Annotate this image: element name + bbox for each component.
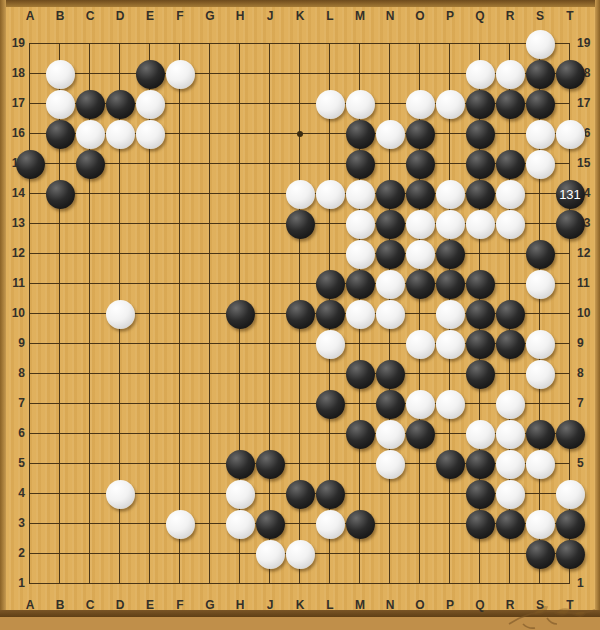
black-stone-P5[interactable] [436, 450, 465, 479]
black-stone-J3[interactable] [256, 510, 285, 539]
coord-label-right-12: 12 [577, 246, 600, 260]
coord-label-bottom-R: R [495, 598, 525, 612]
black-stone-R9[interactable] [496, 330, 525, 359]
black-stone-T18[interactable] [556, 60, 585, 89]
black-stone-K10[interactable] [286, 300, 315, 329]
black-stone-L7[interactable] [316, 390, 345, 419]
board-frame-top [0, 0, 600, 7]
coord-label-right-7: 7 [577, 396, 600, 410]
white-stone-M13[interactable] [346, 210, 375, 239]
black-stone-S18[interactable] [526, 60, 555, 89]
coord-label-right-1: 1 [577, 576, 600, 590]
white-stone-S8[interactable] [526, 360, 555, 389]
white-stone-N5[interactable] [376, 450, 405, 479]
white-stone-J2[interactable] [256, 540, 285, 569]
coord-label-bottom-S: S [525, 598, 555, 612]
white-stone-M10[interactable] [346, 300, 375, 329]
coord-label-bottom-O: O [405, 598, 435, 612]
coord-label-left-8: 8 [1, 366, 25, 380]
white-stone-N10[interactable] [376, 300, 405, 329]
coord-label-bottom-T: T [555, 598, 585, 612]
black-stone-Q15[interactable] [466, 150, 495, 179]
coord-label-left-5: 5 [1, 456, 25, 470]
coord-label-right-15: 15 [577, 156, 600, 170]
white-stone-S15[interactable] [526, 150, 555, 179]
coord-label-top-Q: Q [465, 9, 495, 23]
black-stone-L4[interactable] [316, 480, 345, 509]
white-stone-T4[interactable] [556, 480, 585, 509]
white-stone-N6[interactable] [376, 420, 405, 449]
coord-label-left-2: 2 [1, 546, 25, 560]
white-stone-S16[interactable] [526, 120, 555, 149]
white-stone-S9[interactable] [526, 330, 555, 359]
coord-label-top-A: A [15, 9, 45, 23]
coord-label-bottom-J: J [255, 598, 285, 612]
coord-label-top-G: G [195, 9, 225, 23]
coord-label-left-11: 11 [1, 276, 25, 290]
coord-label-left-3: 3 [1, 516, 25, 530]
white-stone-D4[interactable] [106, 480, 135, 509]
black-stone-Q14[interactable] [466, 180, 495, 209]
white-stone-L14[interactable] [316, 180, 345, 209]
black-stone-O14[interactable] [406, 180, 435, 209]
black-stone-R17[interactable] [496, 90, 525, 119]
white-stone-P7[interactable] [436, 390, 465, 419]
coord-label-right-19: 19 [577, 36, 600, 50]
black-stone-P12[interactable] [436, 240, 465, 269]
coord-label-top-R: R [495, 9, 525, 23]
white-stone-S19[interactable] [526, 30, 555, 59]
white-stone-B18[interactable] [46, 60, 75, 89]
black-stone-E18[interactable] [136, 60, 165, 89]
white-stone-R6[interactable] [496, 420, 525, 449]
coord-label-top-D: D [105, 9, 135, 23]
coord-label-top-T: T [555, 9, 585, 23]
star-point-K16 [297, 131, 303, 137]
white-stone-P17[interactable] [436, 90, 465, 119]
black-stone-L11[interactable] [316, 270, 345, 299]
coord-label-bottom-P: P [435, 598, 465, 612]
coord-label-bottom-K: K [285, 598, 315, 612]
coord-label-left-13: 13 [1, 216, 25, 230]
black-stone-M6[interactable] [346, 420, 375, 449]
black-stone-H5[interactable] [226, 450, 255, 479]
coord-label-bottom-D: D [105, 598, 135, 612]
white-stone-H3[interactable] [226, 510, 255, 539]
coord-label-top-L: L [315, 9, 345, 23]
coord-label-bottom-N: N [375, 598, 405, 612]
go-board-app: AABBCCDDEEFFGGHHJJKKLLMMNNOOPPQQRRSSTT19… [0, 0, 600, 630]
coord-label-bottom-H: H [225, 598, 255, 612]
white-stone-S11[interactable] [526, 270, 555, 299]
black-stone-T13[interactable] [556, 210, 585, 239]
black-stone-O15[interactable] [406, 150, 435, 179]
white-stone-T16[interactable] [556, 120, 585, 149]
coord-label-top-E: E [135, 9, 165, 23]
coord-label-top-H: H [225, 9, 255, 23]
coord-label-left-1: 1 [1, 576, 25, 590]
coord-label-top-K: K [285, 9, 315, 23]
black-stone-S6[interactable] [526, 420, 555, 449]
black-stone-L10[interactable] [316, 300, 345, 329]
black-stone-Q11[interactable] [466, 270, 495, 299]
black-stone-B14[interactable] [46, 180, 75, 209]
black-stone-C17[interactable] [76, 90, 105, 119]
white-stone-N11[interactable] [376, 270, 405, 299]
coord-label-right-10: 10 [577, 306, 600, 320]
white-stone-K14[interactable] [286, 180, 315, 209]
coord-label-bottom-F: F [165, 598, 195, 612]
white-stone-C16[interactable] [76, 120, 105, 149]
black-stone-S12[interactable] [526, 240, 555, 269]
white-stone-R5[interactable] [496, 450, 525, 479]
coord-label-bottom-B: B [45, 598, 75, 612]
black-stone-Q3[interactable] [466, 510, 495, 539]
black-stone-Q4[interactable] [466, 480, 495, 509]
white-stone-P14[interactable] [436, 180, 465, 209]
black-stone-S17[interactable] [526, 90, 555, 119]
coord-label-top-S: S [525, 9, 555, 23]
white-stone-Q13[interactable] [466, 210, 495, 239]
white-stone-O13[interactable] [406, 210, 435, 239]
black-stone-R3[interactable] [496, 510, 525, 539]
white-stone-L17[interactable] [316, 90, 345, 119]
white-stone-H4[interactable] [226, 480, 255, 509]
coord-label-top-B: B [45, 9, 75, 23]
coord-label-right-9: 9 [577, 336, 600, 350]
black-stone-O16[interactable] [406, 120, 435, 149]
black-stone-R10[interactable] [496, 300, 525, 329]
white-stone-E17[interactable] [136, 90, 165, 119]
white-stone-O12[interactable] [406, 240, 435, 269]
coord-label-right-11: 11 [577, 276, 600, 290]
black-stone-T2[interactable] [556, 540, 585, 569]
coord-label-top-J: J [255, 9, 285, 23]
white-stone-O7[interactable] [406, 390, 435, 419]
coord-label-bottom-Q: Q [465, 598, 495, 612]
black-stone-Q17[interactable] [466, 90, 495, 119]
black-stone-T6[interactable] [556, 420, 585, 449]
white-stone-P10[interactable] [436, 300, 465, 329]
black-stone-T3[interactable] [556, 510, 585, 539]
black-stone-O6[interactable] [406, 420, 435, 449]
coord-label-left-19: 19 [1, 36, 25, 50]
coord-label-bottom-M: M [345, 598, 375, 612]
black-stone-Q9[interactable] [466, 330, 495, 359]
black-stone-O11[interactable] [406, 270, 435, 299]
black-stone-M3[interactable] [346, 510, 375, 539]
coord-label-left-16: 16 [1, 126, 25, 140]
black-stone-R15[interactable] [496, 150, 525, 179]
black-stone-H10[interactable] [226, 300, 255, 329]
black-stone-K13[interactable] [286, 210, 315, 239]
coord-label-left-4: 4 [1, 486, 25, 500]
black-stone-M16[interactable] [346, 120, 375, 149]
white-stone-R7[interactable] [496, 390, 525, 419]
black-stone-Q10[interactable] [466, 300, 495, 329]
white-stone-E16[interactable] [136, 120, 165, 149]
coord-label-left-14: 14 [1, 186, 25, 200]
coord-label-top-C: C [75, 9, 105, 23]
black-stone-J5[interactable] [256, 450, 285, 479]
coord-label-right-8: 8 [577, 366, 600, 380]
white-stone-K2[interactable] [286, 540, 315, 569]
white-stone-Q18[interactable] [466, 60, 495, 89]
white-stone-S5[interactable] [526, 450, 555, 479]
white-stone-O9[interactable] [406, 330, 435, 359]
white-stone-F18[interactable] [166, 60, 195, 89]
black-stone-M15[interactable] [346, 150, 375, 179]
coord-label-right-5: 5 [577, 456, 600, 470]
white-stone-R4[interactable] [496, 480, 525, 509]
coord-label-top-F: F [165, 9, 195, 23]
black-stone-N7[interactable] [376, 390, 405, 419]
black-stone-B16[interactable] [46, 120, 75, 149]
white-stone-P9[interactable] [436, 330, 465, 359]
coord-label-left-17: 17 [1, 96, 25, 110]
coord-label-left-10: 10 [1, 306, 25, 320]
coord-label-bottom-A: A [15, 598, 45, 612]
white-stone-M12[interactable] [346, 240, 375, 269]
move-number-label: 131 [552, 180, 588, 209]
white-stone-R13[interactable] [496, 210, 525, 239]
black-stone-M11[interactable] [346, 270, 375, 299]
black-stone-D17[interactable] [106, 90, 135, 119]
coord-label-top-N: N [375, 9, 405, 23]
white-stone-R18[interactable] [496, 60, 525, 89]
black-stone-Q5[interactable] [466, 450, 495, 479]
black-stone-N13[interactable] [376, 210, 405, 239]
coord-label-left-9: 9 [1, 336, 25, 350]
black-stone-C15[interactable] [76, 150, 105, 179]
white-stone-P13[interactable] [436, 210, 465, 239]
black-stone-A15[interactable] [16, 150, 45, 179]
black-stone-N12[interactable] [376, 240, 405, 269]
coord-label-top-P: P [435, 9, 465, 23]
coord-label-top-M: M [345, 9, 375, 23]
coord-label-top-O: O [405, 9, 435, 23]
black-stone-K4[interactable] [286, 480, 315, 509]
coord-label-bottom-G: G [195, 598, 225, 612]
coord-label-left-7: 7 [1, 396, 25, 410]
white-stone-R14[interactable] [496, 180, 525, 209]
coord-label-bottom-E: E [135, 598, 165, 612]
coord-label-bottom-C: C [75, 598, 105, 612]
black-stone-Q8[interactable] [466, 360, 495, 389]
coord-label-left-12: 12 [1, 246, 25, 260]
white-stone-L3[interactable] [316, 510, 345, 539]
black-stone-S2[interactable] [526, 540, 555, 569]
white-stone-B17[interactable] [46, 90, 75, 119]
white-stone-D10[interactable] [106, 300, 135, 329]
white-stone-D16[interactable] [106, 120, 135, 149]
white-stone-N16[interactable] [376, 120, 405, 149]
white-stone-S3[interactable] [526, 510, 555, 539]
white-stone-F3[interactable] [166, 510, 195, 539]
white-stone-L9[interactable] [316, 330, 345, 359]
black-stone-N14[interactable] [376, 180, 405, 209]
white-stone-Q6[interactable] [466, 420, 495, 449]
coord-label-bottom-L: L [315, 598, 345, 612]
coord-label-right-17: 17 [577, 96, 600, 110]
black-stone-N8[interactable] [376, 360, 405, 389]
black-stone-Q16[interactable] [466, 120, 495, 149]
coord-label-left-6: 6 [1, 426, 25, 440]
white-stone-O17[interactable] [406, 90, 435, 119]
black-stone-M8[interactable] [346, 360, 375, 389]
white-stone-M17[interactable] [346, 90, 375, 119]
coord-label-left-18: 18 [1, 66, 25, 80]
white-stone-M14[interactable] [346, 180, 375, 209]
black-stone-P11[interactable] [436, 270, 465, 299]
